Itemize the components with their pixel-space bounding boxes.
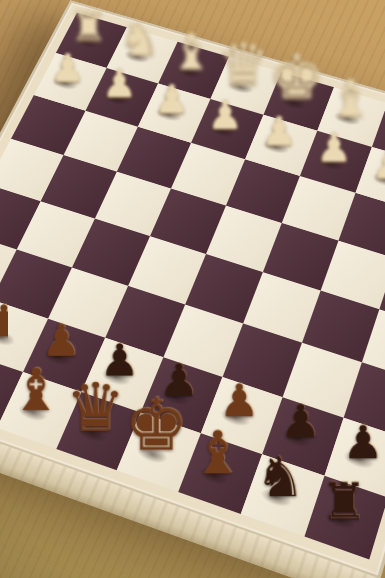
- piece-black-knight[interactable]: ♞: [255, 452, 305, 503]
- chess-board: ♜♞♝♛♚♝♞♜♟♟♟♟♟♟♟♟♟♟♟♟♟♟♟♟♜♞♝♛♚♝♞♜: [0, 0, 385, 578]
- piece-black-bishop[interactable]: ♝: [191, 426, 244, 481]
- piece-white-pawn[interactable]: ♟: [50, 51, 85, 87]
- piece-black-knight[interactable]: ♞: [0, 348, 1, 397]
- piece-white-pawn[interactable]: ♟: [207, 98, 243, 135]
- piece-black-pawn[interactable]: ♟: [219, 381, 259, 422]
- piece-white-pawn[interactable]: ♟: [102, 67, 137, 103]
- piece-black-king[interactable]: ♚: [124, 393, 188, 459]
- piece-white-king[interactable]: ♚: [269, 50, 324, 107]
- piece-white-rook[interactable]: ♜: [70, 7, 108, 45]
- piece-white-pawn[interactable]: ♟: [371, 147, 385, 184]
- table-surface: ♜♞♝♛♚♝♞♜♟♟♟♟♟♟♟♟♟♟♟♟♟♟♟♟♜♞♝♛♚♝♞♜: [0, 0, 385, 578]
- piece-white-queen[interactable]: ♛: [218, 38, 270, 91]
- square[interactable]: [72, 219, 150, 286]
- piece-white-bishop[interactable]: ♝: [169, 30, 214, 76]
- piece-white-pawn[interactable]: ♟: [316, 130, 352, 167]
- piece-black-bishop[interactable]: ♝: [10, 364, 62, 417]
- piece-black-pawn[interactable]: ♟: [0, 302, 23, 342]
- photo-canvas: { "game": "chess", "scene_description": …: [0, 0, 385, 578]
- piece-black-rook[interactable]: ♜: [321, 478, 367, 525]
- piece-black-pawn[interactable]: ♟: [342, 423, 383, 465]
- piece-white-bishop[interactable]: ♝: [328, 76, 374, 123]
- piece-black-pawn[interactable]: ♟: [280, 402, 321, 444]
- piece-white-knight[interactable]: ♞: [119, 18, 160, 60]
- piece-white-pawn[interactable]: ♟: [261, 114, 297, 151]
- piece-black-queen[interactable]: ♛: [65, 377, 125, 439]
- piece-white-pawn[interactable]: ♟: [154, 82, 189, 118]
